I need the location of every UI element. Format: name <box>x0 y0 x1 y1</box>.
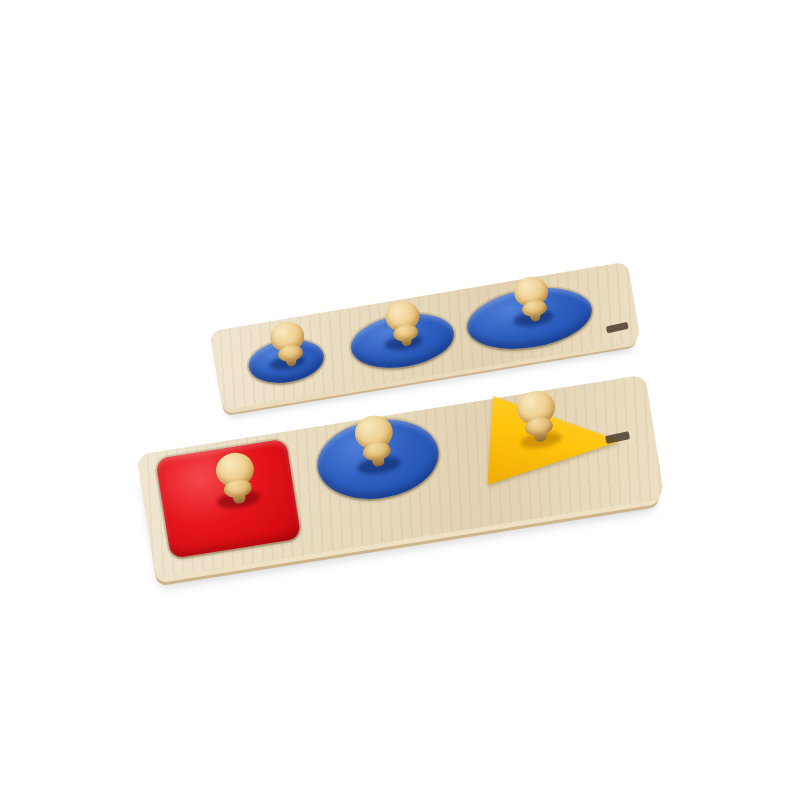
knob-small-circle[interactable] <box>268 319 309 369</box>
knob-front-blue-circle[interactable] <box>352 413 398 469</box>
knob-neck <box>233 494 246 505</box>
knob-neck <box>530 313 541 323</box>
front-board <box>136 374 664 578</box>
knob-neck <box>534 432 547 443</box>
knob-red-square[interactable] <box>213 450 259 506</box>
knob-neck <box>401 337 412 347</box>
knob-yellow-triangle[interactable] <box>515 388 561 444</box>
knob-large-circle[interactable] <box>512 274 553 324</box>
brand-stamp <box>606 322 629 334</box>
knob-medium-circle[interactable] <box>383 299 424 349</box>
knob-neck <box>286 358 297 368</box>
product-photo <box>0 0 800 800</box>
knob-neck <box>372 456 385 467</box>
